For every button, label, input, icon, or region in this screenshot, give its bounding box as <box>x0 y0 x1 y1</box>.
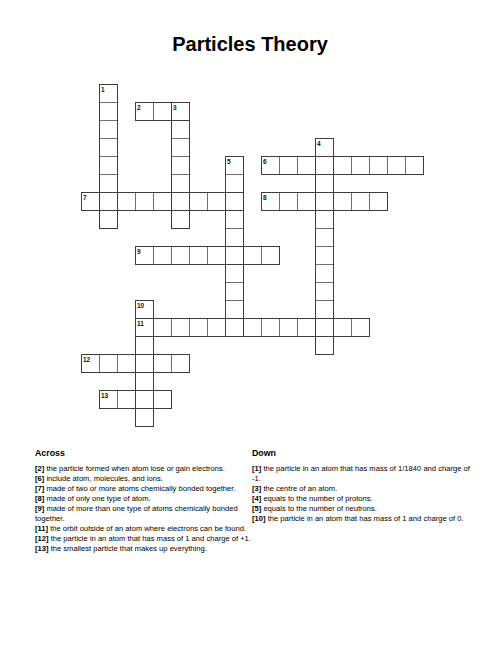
crossword-cell-r6c0[interactable] <box>81 192 100 211</box>
crossword-cell-r6c4[interactable] <box>153 192 172 211</box>
crossword-cell-r9c3[interactable] <box>135 246 154 265</box>
crossword-cell-r13c4[interactable] <box>153 318 172 337</box>
crossword-cell-r1c4[interactable] <box>153 102 172 121</box>
down-clue-list: [1] the particle in an atom that has mas… <box>252 464 471 524</box>
crossword-cell-r10c13[interactable] <box>315 264 334 283</box>
clue-number-label: [1] <box>252 464 261 473</box>
crossword-cell-r10c8[interactable] <box>225 264 244 283</box>
crossword-cell-r3c1[interactable] <box>99 138 118 157</box>
crossword-cell-r0c1[interactable] <box>99 84 118 103</box>
clue-number-label: [2] <box>35 464 44 473</box>
clue-number-label: [13] <box>35 544 49 553</box>
crossword-cell-r4c5[interactable] <box>171 156 190 175</box>
clue-across-11: [11] the orbit outside of an atom where … <box>35 524 254 534</box>
clue-number-label: [4] <box>252 494 261 503</box>
crossword-cell-r7c1[interactable] <box>99 210 118 229</box>
clue-across-2: [2] the particle formed when atom lose o… <box>35 464 254 474</box>
clue-across-8: [8] made of only one type of atom. <box>35 494 254 504</box>
crossword-cell-r1c3[interactable] <box>135 102 154 121</box>
crossword-cell-r13c11[interactable] <box>279 318 298 337</box>
crossword-cell-r6c3[interactable] <box>135 192 154 211</box>
crossword-cell-r17c1[interactable] <box>99 390 118 409</box>
crossword-cell-r15c4[interactable] <box>153 354 172 373</box>
crossword-cell-r6c8[interactable] <box>225 192 244 211</box>
clue-number-label: [7] <box>35 484 44 493</box>
crossword-cell-r15c1[interactable] <box>99 354 118 373</box>
crossword-cell-r9c13[interactable] <box>315 246 334 265</box>
crossword-cell-r9c9[interactable] <box>243 246 262 265</box>
crossword-cell-r4c11[interactable] <box>279 156 298 175</box>
crossword-cell-r9c8[interactable] <box>225 246 244 265</box>
crossword-cell-r12c13[interactable] <box>315 300 334 319</box>
clue-number-label: [8] <box>35 494 44 503</box>
crossword-cell-r13c6[interactable] <box>189 318 208 337</box>
crossword-cell-r13c15[interactable] <box>351 318 370 337</box>
crossword-cell-r8c8[interactable] <box>225 228 244 247</box>
crossword-cell-r3c13[interactable] <box>315 138 334 157</box>
crossword-cell-r14c13[interactable] <box>315 336 334 355</box>
crossword-cell-r13c9[interactable] <box>243 318 262 337</box>
crossword-cell-r4c12[interactable] <box>297 156 316 175</box>
crossword-cell-r12c3[interactable] <box>135 300 154 319</box>
clue-number-label: [5] <box>252 504 261 513</box>
crossword-cell-r1c5[interactable] <box>171 102 190 121</box>
clue-number-label: [6] <box>35 474 44 483</box>
crossword-cell-r4c17[interactable] <box>387 156 406 175</box>
crossword-cell-r11c13[interactable] <box>315 282 334 301</box>
crossword-cell-r13c7[interactable] <box>207 318 226 337</box>
clue-across-7: [7] made of two or more atoms chemically… <box>35 484 254 494</box>
crossword-cell-r17c3[interactable] <box>135 390 154 409</box>
crossword-board: 26789111213134510 <box>81 84 425 428</box>
crossword-cell-r13c8[interactable] <box>225 318 244 337</box>
crossword-cell-r4c8[interactable] <box>225 156 244 175</box>
crossword-cell-r4c10[interactable] <box>261 156 280 175</box>
crossword-cell-r3c5[interactable] <box>171 138 190 157</box>
crossword-cell-r4c15[interactable] <box>351 156 370 175</box>
clue-across-6: [6] include atom, molecules, and ions. <box>35 474 254 484</box>
clue-down-1: [1] the particle in an atom that has mas… <box>252 464 471 484</box>
crossword-cell-r4c13[interactable] <box>315 156 334 175</box>
crossword-cell-r6c1[interactable] <box>99 192 118 211</box>
crossword-cell-r7c5[interactable] <box>171 210 190 229</box>
clue-down-5: [5] equals to the number of neutrons. <box>252 504 471 514</box>
crossword-cell-r7c13[interactable] <box>315 210 334 229</box>
crossword-cell-r6c10[interactable] <box>261 192 280 211</box>
crossword-cell-r13c10[interactable] <box>261 318 280 337</box>
crossword-cell-r9c7[interactable] <box>207 246 226 265</box>
crossword-cell-r16c3[interactable] <box>135 372 154 391</box>
crossword-cell-r5c1[interactable] <box>99 174 118 193</box>
crossword-cell-r17c2[interactable] <box>117 390 136 409</box>
clue-across-13: [13] the smallest particle that makes up… <box>35 544 254 554</box>
crossword-cell-r9c6[interactable] <box>189 246 208 265</box>
crossword-cell-r7c8[interactable] <box>225 210 244 229</box>
crossword-cell-r11c8[interactable] <box>225 282 244 301</box>
crossword-cell-r6c16[interactable] <box>369 192 388 211</box>
clue-across-9: [9] made of more than one type of atoms … <box>35 504 254 524</box>
clue-number-label: [10] <box>252 514 266 523</box>
crossword-cell-r6c5[interactable] <box>171 192 190 211</box>
puzzle-title: Particles Theory <box>0 33 500 56</box>
crossword-cell-r2c1[interactable] <box>99 120 118 139</box>
across-clues-header: Across <box>35 448 254 459</box>
crossword-cell-r17c4[interactable] <box>153 390 172 409</box>
crossword-cell-r8c13[interactable] <box>315 228 334 247</box>
down-clues-header: Down <box>252 448 471 459</box>
crossword-cell-r4c16[interactable] <box>369 156 388 175</box>
down-clues-section: Down [1] the particle in an atom that ha… <box>252 448 471 524</box>
crossword-cell-r6c11[interactable] <box>279 192 298 211</box>
crossword-cell-r15c5[interactable] <box>171 354 190 373</box>
crossword-cell-r5c5[interactable] <box>171 174 190 193</box>
crossword-cell-r4c1[interactable] <box>99 156 118 175</box>
crossword-cell-r14c3[interactable] <box>135 336 154 355</box>
crossword-cell-r4c18[interactable] <box>405 156 424 175</box>
crossword-cell-r15c0[interactable] <box>81 354 100 373</box>
clue-number-label: [12] <box>35 534 49 543</box>
crossword-cell-r15c3[interactable] <box>135 354 154 373</box>
crossword-cell-r1c1[interactable] <box>99 102 118 121</box>
crossword-cell-r6c12[interactable] <box>297 192 316 211</box>
crossword-cell-r13c12[interactable] <box>297 318 316 337</box>
clue-number-label: [11] <box>35 524 48 533</box>
crossword-cell-r9c5[interactable] <box>171 246 190 265</box>
crossword-cell-r12c8[interactable] <box>225 300 244 319</box>
crossword-cell-r9c10[interactable] <box>261 246 280 265</box>
crossword-cell-r9c4[interactable] <box>153 246 172 265</box>
crossword-cell-r13c3[interactable] <box>135 318 154 337</box>
crossword-cell-r6c6[interactable] <box>189 192 208 211</box>
clue-down-4: [4] equals to the number of protons. <box>252 494 471 504</box>
crossword-cell-r13c5[interactable] <box>171 318 190 337</box>
crossword-cell-r13c14[interactable] <box>333 318 352 337</box>
crossword-cell-r15c2[interactable] <box>117 354 136 373</box>
crossword-cell-r18c3[interactable] <box>135 408 154 427</box>
clue-down-3: [3] the centre of an atom. <box>252 484 471 494</box>
clue-number-label: [3] <box>252 484 261 493</box>
crossword-cell-r6c7[interactable] <box>207 192 226 211</box>
crossword-cell-r6c14[interactable] <box>333 192 352 211</box>
crossword-cell-r5c8[interactable] <box>225 174 244 193</box>
clue-across-12: [12] the particle in an atom that has ma… <box>35 534 254 544</box>
crossword-cell-r4c14[interactable] <box>333 156 352 175</box>
page-root: { "game": "crossword", "title": "Particl… <box>0 0 500 647</box>
across-clues-section: Across [2] the particle formed when atom… <box>35 448 254 554</box>
crossword-cell-r5c13[interactable] <box>315 174 334 193</box>
clue-number-label: [9] <box>35 504 44 513</box>
clue-down-10: [10] the particle in an atom that has ma… <box>252 514 471 524</box>
across-clue-list: [2] the particle formed when atom lose o… <box>35 464 254 554</box>
crossword-cell-r6c13[interactable] <box>315 192 334 211</box>
crossword-cell-r2c5[interactable] <box>171 120 190 139</box>
crossword-cell-r6c2[interactable] <box>117 192 136 211</box>
crossword-cell-r6c15[interactable] <box>351 192 370 211</box>
crossword-cell-r13c13[interactable] <box>315 318 334 337</box>
